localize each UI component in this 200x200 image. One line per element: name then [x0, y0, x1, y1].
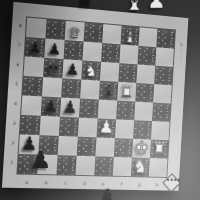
square-b8[interactable]: [45, 19, 65, 40]
square-a4[interactable]: [21, 95, 42, 115]
square-d2[interactable]: [77, 137, 97, 157]
rank-label-4: 4: [11, 101, 20, 107]
square-d3[interactable]: [78, 118, 98, 138]
white-knight-d6[interactable]: ♞: [84, 63, 99, 80]
square-d5[interactable]: [80, 80, 100, 100]
square-e1[interactable]: [94, 156, 114, 175]
square-h1[interactable]: [149, 158, 168, 177]
square-e2[interactable]: [95, 137, 115, 157]
square-g1[interactable]: ♞: [131, 157, 150, 176]
rank-label-2: 2: [9, 140, 18, 145]
square-c4[interactable]: ♟: [60, 97, 80, 117]
square-f8[interactable]: ♝: [121, 26, 140, 46]
square-a8[interactable]: [26, 17, 47, 38]
square-a5[interactable]: [22, 76, 43, 97]
square-f6[interactable]: [118, 63, 137, 83]
square-b3[interactable]: [40, 116, 60, 136]
square-d6[interactable]: ♞: [81, 60, 101, 80]
square-d1[interactable]: [76, 156, 96, 176]
square-b4[interactable]: ♟: [41, 96, 61, 116]
square-e5[interactable]: ♝: [99, 81, 118, 101]
square-b6[interactable]: ♚: [43, 58, 63, 79]
square-h4[interactable]: [152, 103, 171, 122]
rank-label-7: 7: [15, 42, 24, 48]
black-pawn-a7[interactable]: ♟: [28, 40, 43, 57]
square-c5[interactable]: [61, 78, 81, 98]
square-h7[interactable]: [155, 47, 174, 67]
file-label-c: c: [56, 180, 75, 185]
square-e4[interactable]: [98, 100, 118, 120]
captured-black-pawn-bottom-1: ♟: [97, 186, 119, 200]
square-d8[interactable]: [84, 23, 104, 43]
square-c6[interactable]: ♟: [62, 59, 82, 79]
square-g5[interactable]: [135, 83, 154, 103]
square-b7[interactable]: ♟: [44, 38, 64, 59]
square-h8[interactable]: [156, 29, 175, 49]
white-pawn-e3[interactable]: ♟: [98, 119, 114, 137]
white-knight-g1[interactable]: ♞: [132, 156, 149, 175]
square-g3[interactable]: [133, 120, 152, 139]
square-f3[interactable]: [115, 119, 134, 138]
rank-label-1: 1: [8, 160, 17, 165]
square-h5[interactable]: [153, 84, 172, 103]
rank-label-3: 3: [10, 121, 19, 127]
black-pawn-c6[interactable]: ♟: [65, 62, 80, 79]
square-f7[interactable]: [119, 44, 138, 64]
rank-label-5: 5: [12, 81, 21, 87]
square-d4[interactable]: [79, 99, 99, 119]
square-c7[interactable]: [64, 40, 84, 60]
corner-logo-knights-icon: ♞♞♞♞: [166, 177, 178, 189]
white-rook-h2[interactable]: ♜: [151, 139, 167, 157]
square-a7[interactable]: ♟: [25, 37, 46, 58]
square-c1[interactable]: [56, 155, 76, 175]
captured-black-pawn-bottom-0: ♟: [30, 148, 52, 172]
square-h6[interactable]: [154, 66, 173, 86]
square-b5[interactable]: [42, 77, 62, 97]
white-queen-c8[interactable]: ♛: [68, 25, 82, 41]
square-e3[interactable]: ♟: [97, 118, 117, 138]
black-king-b6[interactable]: ♚: [46, 60, 61, 77]
black-pawn-b4[interactable]: ♟: [43, 97, 60, 115]
white-rook-f5[interactable]: ♜: [119, 84, 134, 101]
square-h2[interactable]: ♜: [150, 140, 169, 159]
captured-white-bishop-top-1: ♝: [125, 0, 144, 14]
square-h3[interactable]: [151, 121, 170, 140]
chess-photo-scene: ♛♝♟♟♚♟♞♝♜♟♟♟♟♚♜♞ 87654321 abcdefgh ®····…: [0, 0, 200, 200]
black-bishop-e5[interactable]: ♝: [101, 82, 116, 99]
rank-label-8: 8: [16, 23, 25, 29]
file-label-a: a: [17, 179, 37, 185]
square-g7[interactable]: [137, 46, 156, 66]
brand-text: ®·······: [178, 42, 184, 61]
black-pawn-b7[interactable]: ♟: [47, 42, 62, 58]
square-a3[interactable]: [20, 115, 41, 135]
captured-white-pawn-top-2: ♟: [147, 0, 166, 12]
white-king-g2[interactable]: ♚: [133, 138, 150, 157]
square-f5[interactable]: ♜: [117, 82, 136, 102]
square-c2[interactable]: [58, 136, 78, 156]
square-f4[interactable]: [116, 101, 135, 121]
square-c8[interactable]: ♛: [65, 21, 85, 42]
square-a6[interactable]: [24, 56, 45, 77]
rank-label-6: 6: [14, 62, 23, 68]
file-label-g: g: [130, 182, 148, 187]
square-g2[interactable]: ♚: [132, 139, 151, 158]
black-pawn-c4[interactable]: ♟: [62, 99, 78, 117]
square-e8[interactable]: [102, 24, 121, 44]
square-c3[interactable]: [59, 117, 79, 137]
square-e6[interactable]: [100, 62, 119, 82]
file-label-b: b: [36, 180, 56, 185]
square-f1[interactable]: [113, 157, 132, 176]
square-d7[interactable]: [82, 41, 102, 61]
white-bishop-f8[interactable]: ♝: [123, 29, 136, 44]
square-e7[interactable]: [101, 43, 120, 63]
file-label-d: d: [75, 180, 94, 185]
captured-black-queen-top-0: ♛: [76, 0, 95, 11]
square-g4[interactable]: [134, 102, 153, 121]
square-g6[interactable]: [136, 64, 155, 84]
square-g8[interactable]: [139, 27, 158, 47]
square-f2[interactable]: [114, 138, 133, 157]
